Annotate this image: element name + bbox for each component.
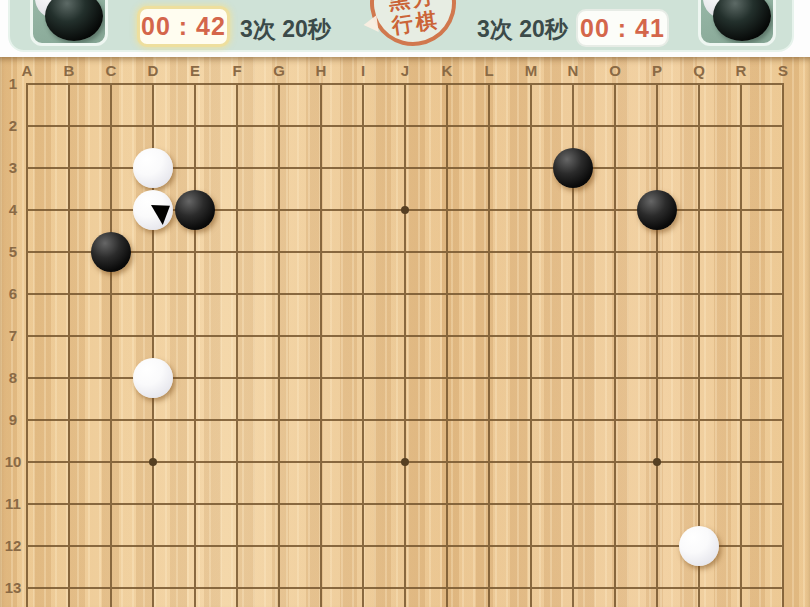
white-stone-D8 xyxy=(133,358,173,398)
col-label-S: S xyxy=(773,62,793,79)
avatar-black-stone-icon xyxy=(45,0,103,41)
last-move-marker-icon xyxy=(151,205,170,225)
black-stone-C5 xyxy=(91,232,131,272)
col-label-K: K xyxy=(437,62,457,79)
col-label-C: C xyxy=(101,62,121,79)
col-label-F: F xyxy=(227,62,247,79)
row-label-6: 6 xyxy=(1,285,25,302)
star-point-D10 xyxy=(149,458,157,466)
col-label-O: O xyxy=(605,62,625,79)
row-label-3: 3 xyxy=(1,159,25,176)
col-label-M: M xyxy=(521,62,541,79)
white-stone-D4 xyxy=(133,190,173,230)
black-stone-P4 xyxy=(637,190,677,230)
left-player-timer: 00 : 42 xyxy=(137,6,230,47)
col-label-I: I xyxy=(353,62,373,79)
left-player-byoyomi: 3次 20秒 xyxy=(240,14,331,45)
right-player-avatar[interactable] xyxy=(698,0,776,46)
row-label-4: 4 xyxy=(1,201,25,218)
col-label-D: D xyxy=(143,62,163,79)
star-point-P10 xyxy=(653,458,661,466)
row-label-1: 1 xyxy=(1,75,25,92)
col-label-N: N xyxy=(563,62,583,79)
right-timer-value: 00 : 41 xyxy=(580,14,665,43)
col-label-R: R xyxy=(731,62,751,79)
white-stone-D3 xyxy=(133,148,173,188)
stamp-tail-icon xyxy=(362,15,378,34)
col-label-L: L xyxy=(479,62,499,79)
left-timer-value: 00 : 42 xyxy=(141,12,226,41)
row-label-13: 13 xyxy=(1,579,25,596)
row-label-5: 5 xyxy=(1,243,25,260)
avatar-black-stone-icon xyxy=(713,0,771,41)
col-label-G: G xyxy=(269,62,289,79)
row-label-7: 7 xyxy=(1,327,25,344)
black-stone-N3 xyxy=(553,148,593,188)
row-label-10: 10 xyxy=(1,453,25,470)
row-label-12: 12 xyxy=(1,537,25,554)
col-label-B: B xyxy=(59,62,79,79)
col-label-P: P xyxy=(647,62,667,79)
col-label-J: J xyxy=(395,62,415,79)
star-point-J4 xyxy=(401,206,409,214)
col-label-Q: Q xyxy=(689,62,709,79)
white-stone-Q12 xyxy=(679,526,719,566)
row-label-8: 8 xyxy=(1,369,25,386)
go-app-screen: 00 : 42 3次 20秒 黑方 行棋 3次 20秒 00 : 41 ABCD… xyxy=(0,0,810,607)
right-player-timer: 00 : 41 xyxy=(576,9,669,47)
right-player-byoyomi: 3次 20秒 xyxy=(477,14,568,45)
col-label-H: H xyxy=(311,62,331,79)
row-label-9: 9 xyxy=(1,411,25,428)
star-point-J10 xyxy=(401,458,409,466)
row-label-2: 2 xyxy=(1,117,25,134)
game-header: 00 : 42 3次 20秒 黑方 行棋 3次 20秒 00 : 41 xyxy=(0,0,810,57)
left-player-avatar[interactable] xyxy=(30,0,108,46)
go-board[interactable]: ABCDEFGHIJKLMNOPQRS12345678910111213 xyxy=(0,57,810,607)
black-stone-E4 xyxy=(175,190,215,230)
col-label-E: E xyxy=(185,62,205,79)
row-label-11: 11 xyxy=(1,495,25,512)
